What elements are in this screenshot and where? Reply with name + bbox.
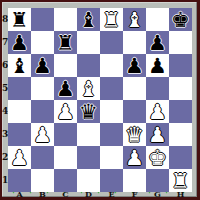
- square-e8[interactable]: ♜: [100, 8, 123, 31]
- square-g2[interactable]: ♚: [146, 146, 169, 169]
- board-frame: 87654321 ♜♝♜♝♚♟♜♟♝♟♟♟♟♝♟♛♟♟♛♟♟♟♚♜ ABCDEF…: [0, 0, 200, 200]
- square-g8[interactable]: [146, 8, 169, 31]
- piece-black-king: ♚: [169, 8, 192, 31]
- piece-black-pawn: ♟: [146, 31, 169, 54]
- file-label-a: A: [8, 191, 31, 198]
- piece-black-queen: ♛: [77, 100, 100, 123]
- square-h7[interactable]: [169, 31, 192, 54]
- square-g7[interactable]: ♟: [146, 31, 169, 54]
- square-e7[interactable]: [100, 31, 123, 54]
- piece-white-pawn: ♟: [8, 146, 31, 169]
- square-f4[interactable]: [123, 100, 146, 123]
- square-a7[interactable]: ♟: [8, 31, 31, 54]
- square-f2[interactable]: ♟: [123, 146, 146, 169]
- piece-black-pawn: ♟: [123, 54, 146, 77]
- piece-white-bishop: ♝: [77, 77, 100, 100]
- piece-white-pawn: ♟: [54, 100, 77, 123]
- square-e2[interactable]: [100, 146, 123, 169]
- piece-white-pawn: ♟: [123, 146, 146, 169]
- square-b3[interactable]: ♟: [31, 123, 54, 146]
- square-e4[interactable]: [100, 100, 123, 123]
- square-f3[interactable]: ♛: [123, 123, 146, 146]
- file-label-h: H: [169, 191, 192, 198]
- piece-black-rook: ♜: [54, 31, 77, 54]
- square-b7[interactable]: [31, 31, 54, 54]
- piece-black-pawn: ♟: [8, 31, 31, 54]
- square-b5[interactable]: [31, 77, 54, 100]
- square-h2[interactable]: [169, 146, 192, 169]
- square-b8[interactable]: [31, 8, 54, 31]
- piece-white-bishop: ♝: [123, 8, 146, 31]
- square-d4[interactable]: ♛: [77, 100, 100, 123]
- piece-white-pawn: ♟: [31, 123, 54, 146]
- square-a3[interactable]: [8, 123, 31, 146]
- square-a8[interactable]: ♜: [8, 8, 31, 31]
- square-e3[interactable]: [100, 123, 123, 146]
- square-f6[interactable]: ♟: [123, 54, 146, 77]
- square-a6[interactable]: ♝: [8, 54, 31, 77]
- square-g6[interactable]: ♟: [146, 54, 169, 77]
- square-d8[interactable]: ♝: [77, 8, 100, 31]
- square-d2[interactable]: [77, 146, 100, 169]
- square-c3[interactable]: [54, 123, 77, 146]
- square-c8[interactable]: [54, 8, 77, 31]
- file-label-g: G: [146, 191, 169, 198]
- square-c4[interactable]: ♟: [54, 100, 77, 123]
- square-g4[interactable]: ♟: [146, 100, 169, 123]
- square-h6[interactable]: [169, 54, 192, 77]
- piece-black-pawn: ♟: [31, 54, 54, 77]
- square-b4[interactable]: [31, 100, 54, 123]
- piece-white-pawn: ♟: [146, 100, 169, 123]
- piece-black-pawn: ♟: [146, 54, 169, 77]
- file-label-d: D: [77, 191, 100, 198]
- file-label-b: B: [31, 191, 54, 198]
- square-a2[interactable]: ♟: [8, 146, 31, 169]
- square-h3[interactable]: [169, 123, 192, 146]
- square-d5[interactable]: ♝: [77, 77, 100, 100]
- piece-black-pawn: ♟: [54, 77, 77, 100]
- square-f7[interactable]: [123, 31, 146, 54]
- chess-board: ♜♝♜♝♚♟♜♟♝♟♟♟♟♝♟♛♟♟♛♟♟♟♚♜: [8, 8, 192, 192]
- square-c6[interactable]: [54, 54, 77, 77]
- square-f5[interactable]: [123, 77, 146, 100]
- square-c5[interactable]: ♟: [54, 77, 77, 100]
- piece-black-rook: ♜: [8, 8, 31, 31]
- square-c7[interactable]: ♜: [54, 31, 77, 54]
- square-h4[interactable]: [169, 100, 192, 123]
- square-g3[interactable]: ♟: [146, 123, 169, 146]
- square-g5[interactable]: [146, 77, 169, 100]
- file-label-f: F: [123, 191, 146, 198]
- piece-white-rook: ♜: [100, 8, 123, 31]
- square-h8[interactable]: ♚: [169, 8, 192, 31]
- square-b6[interactable]: ♟: [31, 54, 54, 77]
- square-a5[interactable]: [8, 77, 31, 100]
- square-b2[interactable]: [31, 146, 54, 169]
- square-f8[interactable]: ♝: [123, 8, 146, 31]
- square-a4[interactable]: [8, 100, 31, 123]
- piece-white-queen: ♛: [123, 123, 146, 146]
- square-d7[interactable]: [77, 31, 100, 54]
- square-c2[interactable]: [54, 146, 77, 169]
- square-e5[interactable]: [100, 77, 123, 100]
- file-label-c: C: [54, 191, 77, 198]
- file-label-e: E: [100, 191, 123, 198]
- square-d3[interactable]: [77, 123, 100, 146]
- piece-white-pawn: ♟: [146, 123, 169, 146]
- piece-black-bishop: ♝: [8, 54, 31, 77]
- square-d6[interactable]: [77, 54, 100, 77]
- piece-white-king: ♚: [146, 146, 169, 169]
- piece-black-bishop: ♝: [77, 8, 100, 31]
- square-h5[interactable]: [169, 77, 192, 100]
- square-e6[interactable]: [100, 54, 123, 77]
